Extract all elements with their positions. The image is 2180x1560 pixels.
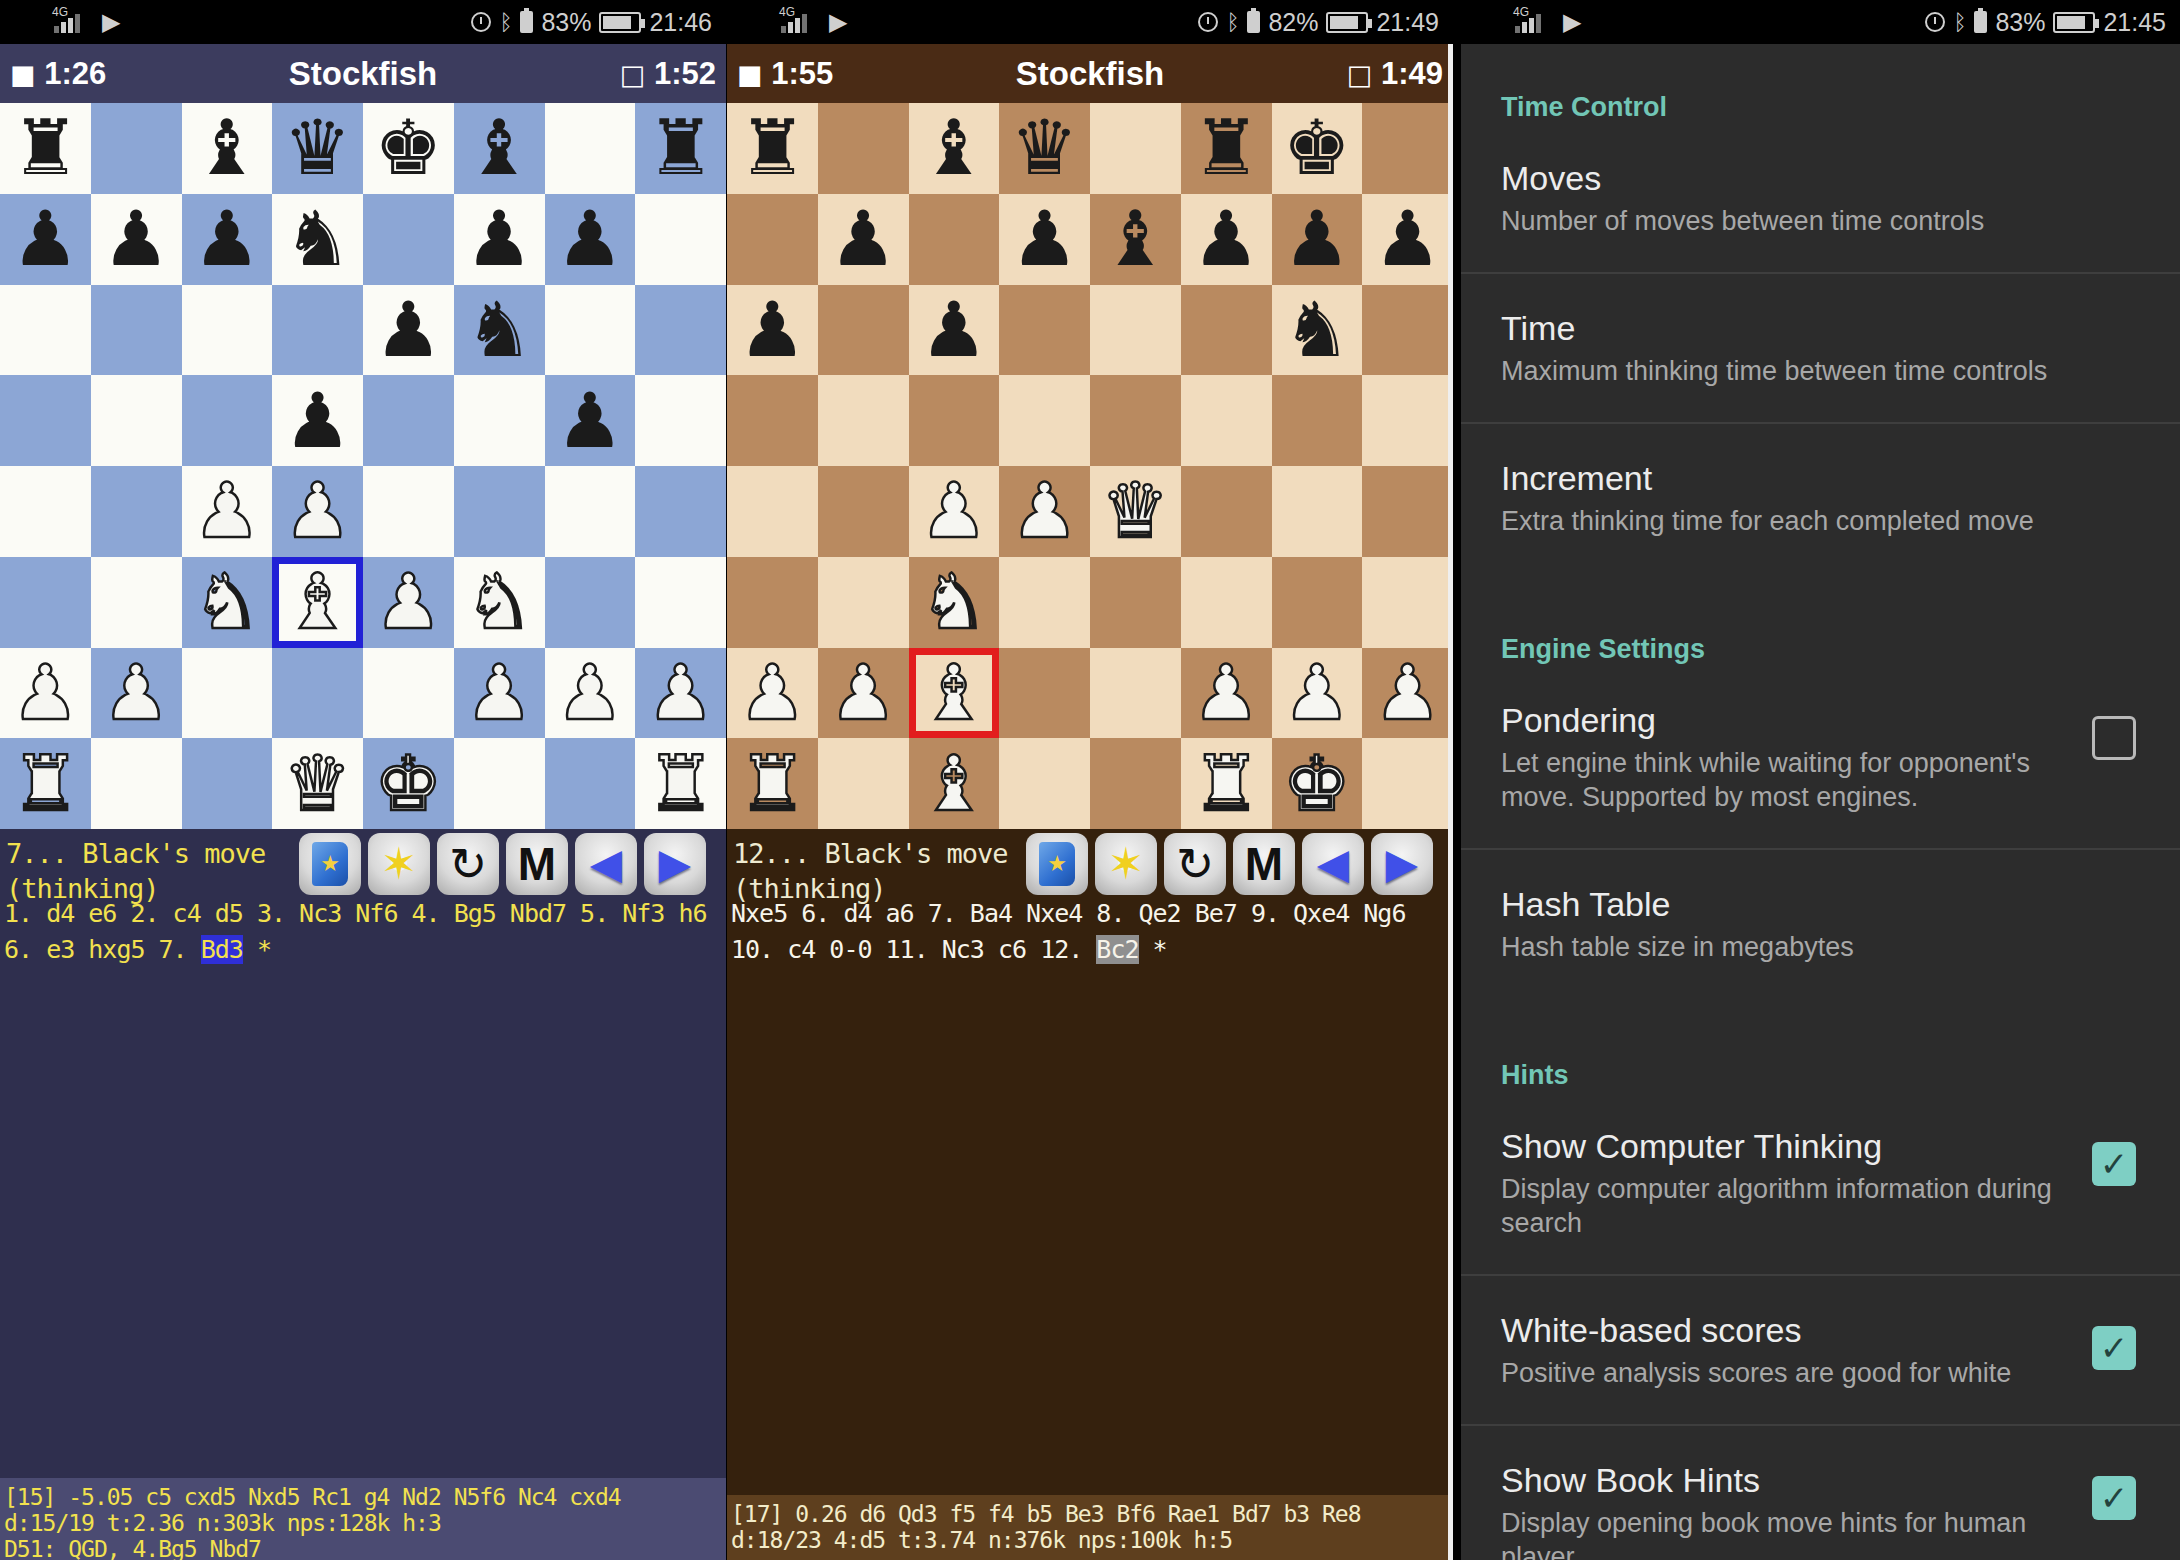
panel-seam — [1448, 44, 1453, 1560]
setting-title: White-based scores — [1501, 1310, 2180, 1350]
square-g2[interactable]: ♟ — [545, 648, 636, 739]
square-a8[interactable]: ♜ — [0, 103, 91, 194]
left-arrow-icon: ◀ — [590, 843, 622, 885]
piece-white-bishop: ♝ — [920, 655, 988, 731]
mode-button[interactable]: M — [506, 833, 568, 895]
black-clock: ■ 1:55 — [737, 56, 907, 92]
square-a6[interactable]: ♟ — [727, 285, 818, 376]
outline-square-icon: □ — [1347, 59, 1373, 90]
clock-time: 21:46 — [649, 8, 712, 37]
square-d4[interactable]: ♟ — [272, 466, 363, 557]
square-d6[interactable] — [272, 285, 363, 376]
lightbulb-icon: ✶ — [381, 842, 418, 886]
outline-square-icon: □ — [620, 59, 646, 90]
square-h5[interactable] — [635, 375, 726, 466]
square-b8[interactable] — [91, 103, 182, 194]
piece-black-rook: ♜ — [1192, 110, 1260, 186]
square-b1[interactable] — [91, 738, 182, 829]
piece-white-bishop: ♝ — [920, 746, 988, 822]
square-b2[interactable]: ♟ — [91, 648, 182, 739]
square-d3[interactable]: ♝ — [272, 557, 363, 648]
piece-white-rook: ♜ — [738, 746, 806, 822]
play-icon: ▶ — [1563, 8, 1581, 36]
move-list[interactable]: 1. d4 e6 2. c4 d5 3. Nc3 Nf6 4. Bg5 Nbd7… — [0, 896, 726, 968]
battery-icon — [599, 12, 641, 33]
battery-percent: 83% — [1995, 8, 2045, 37]
setting-subtitle: Extra thinking time for each completed m… — [1501, 504, 2101, 538]
square-f1[interactable] — [454, 738, 545, 829]
square-g7[interactable]: ♟ — [1272, 194, 1363, 285]
square-b3[interactable] — [91, 557, 182, 648]
piece-black-queen: ♛ — [284, 110, 352, 186]
piece-white-bishop: ♝ — [284, 564, 352, 640]
piece-white-pawn: ♟ — [284, 473, 352, 549]
square-c1[interactable]: ♝ — [909, 738, 1000, 829]
square-h1[interactable]: ♜ — [635, 738, 726, 829]
square-c6[interactable] — [182, 285, 273, 376]
setting-white-based-scores[interactable]: White-based scores Positive analysis sco… — [1501, 1276, 2180, 1424]
bluetooth-icon: ᛒ — [1953, 10, 1966, 35]
square-e8[interactable]: ♚ — [363, 103, 454, 194]
square-g1[interactable] — [545, 738, 636, 829]
piece-white-pawn: ♟ — [1374, 655, 1442, 731]
square-d8[interactable]: ♛ — [272, 103, 363, 194]
square-h7[interactable]: ♟ — [1362, 194, 1453, 285]
square-d5[interactable] — [999, 375, 1090, 466]
square-b7[interactable]: ♟ — [91, 194, 182, 285]
setting-subtitle: Display opening book move hints for huma… — [1501, 1506, 2101, 1560]
square-c3[interactable]: ♞ — [182, 557, 273, 648]
square-b6[interactable] — [818, 285, 909, 376]
hint-button[interactable]: ✶ — [1095, 833, 1157, 895]
square-e1[interactable] — [1090, 738, 1181, 829]
piece-black-knight: ♞ — [1283, 292, 1351, 368]
piece-white-pawn: ♟ — [829, 655, 897, 731]
square-d4[interactable]: ♟ — [999, 466, 1090, 557]
battery-icon — [1326, 12, 1368, 33]
square-e7[interactable] — [363, 194, 454, 285]
square-a1[interactable]: ♜ — [727, 738, 818, 829]
current-move[interactable]: Bc2 — [1096, 935, 1138, 964]
square-f2[interactable]: ♟ — [454, 648, 545, 739]
piece-black-pawn: ♟ — [1283, 201, 1351, 277]
piece-white-pawn: ♟ — [465, 655, 533, 731]
black-clock: ■ 1:26 — [10, 56, 180, 92]
setting-subtitle: Display computer algorithm information d… — [1501, 1172, 2101, 1240]
signal-icon: 4G — [781, 9, 815, 35]
network-type-label: 4G — [52, 5, 68, 19]
section-header-engine-settings: Engine Settings — [1501, 632, 2180, 666]
square-a7[interactable] — [727, 194, 818, 285]
opening-book-button[interactable]: ★ — [299, 833, 361, 895]
square-c4[interactable]: ♟ — [182, 466, 273, 557]
square-c3[interactable]: ♞ — [909, 557, 1000, 648]
piece-white-pawn: ♟ — [920, 473, 988, 549]
white-based-scores-checkbox[interactable]: ✓ — [2092, 1326, 2136, 1370]
square-h4[interactable] — [635, 466, 726, 557]
square-f2[interactable]: ♟ — [1181, 648, 1272, 739]
square-a1[interactable]: ♜ — [0, 738, 91, 829]
play-icon: ▶ — [829, 8, 847, 36]
piece-black-pawn: ♟ — [920, 292, 988, 368]
setting-time[interactable]: Time Maximum thinking time between time … — [1501, 274, 2180, 422]
hint-button[interactable]: ✶ — [368, 833, 430, 895]
square-f5[interactable] — [454, 375, 545, 466]
square-c8[interactable]: ♝ — [909, 103, 1000, 194]
square-h1[interactable] — [1362, 738, 1453, 829]
undo-move-button[interactable]: ◀ — [575, 833, 637, 895]
network-type-label: 4G — [1513, 5, 1529, 19]
square-g4[interactable] — [1272, 466, 1363, 557]
square-g8[interactable] — [545, 103, 636, 194]
square-a5[interactable] — [727, 375, 818, 466]
setting-subtitle: Positive analysis scores are good for wh… — [1501, 1356, 2101, 1390]
current-move[interactable]: Bd3 — [201, 935, 243, 964]
setting-increment[interactable]: Increment Extra thinking time for each c… — [1501, 424, 2180, 572]
piece-black-rook: ♜ — [738, 110, 806, 186]
square-f8[interactable]: ♝ — [454, 103, 545, 194]
square-h5[interactable] — [1362, 375, 1453, 466]
square-c7[interactable]: ♟ — [182, 194, 273, 285]
square-b5[interactable] — [818, 375, 909, 466]
piece-black-knight: ♞ — [465, 292, 533, 368]
square-g6[interactable] — [545, 285, 636, 376]
piece-white-pawn: ♟ — [374, 564, 442, 640]
piece-black-pawn: ♟ — [1011, 201, 1079, 277]
piece-white-king: ♚ — [374, 746, 442, 822]
square-g4[interactable] — [545, 466, 636, 557]
left-title-bar: ■ 1:26 Stockfish □ 1:52 — [0, 44, 726, 103]
middle-status-bar: 4G ▶ ᛒ 82% 21:49 — [727, 0, 1453, 44]
square-a4[interactable] — [727, 466, 818, 557]
flip-board-button[interactable]: ↻ — [1164, 833, 1226, 895]
piece-black-pawn: ♟ — [193, 201, 261, 277]
show-book-hints-checkbox[interactable]: ✓ — [2092, 1476, 2136, 1520]
clock-time: 21:45 — [2103, 8, 2166, 37]
checkmark-icon: ✓ — [2100, 1328, 2129, 1368]
page-title: Stockfish — [907, 55, 1273, 93]
square-d5[interactable]: ♟ — [272, 375, 363, 466]
flip-board-button[interactable]: ↻ — [437, 833, 499, 895]
square-c6[interactable]: ♟ — [909, 285, 1000, 376]
small-battery-icon — [520, 11, 533, 33]
square-c5[interactable] — [182, 375, 273, 466]
setting-subtitle: Number of moves between time controls — [1501, 204, 2101, 238]
book-icon: ★ — [1039, 842, 1075, 886]
piece-black-king: ♚ — [374, 110, 442, 186]
piece-white-pawn: ♟ — [1283, 655, 1351, 731]
piece-white-queen: ♛ — [1101, 473, 1169, 549]
settings-list: Time Control Moves Number of moves betwe… — [1461, 44, 2180, 1560]
square-d6[interactable] — [999, 285, 1090, 376]
setting-title: Pondering — [1501, 700, 2180, 740]
left-status-bar: 4G ▶ ᛒ 83% 21:46 — [0, 0, 726, 44]
square-a6[interactable] — [0, 285, 91, 376]
square-a8[interactable]: ♜ — [727, 103, 818, 194]
square-f3[interactable]: ♞ — [454, 557, 545, 648]
piece-black-rook: ♜ — [11, 110, 79, 186]
square-h3[interactable] — [1362, 557, 1453, 648]
piece-black-pawn: ♟ — [102, 201, 170, 277]
white-clock: □ 1:49 — [1273, 56, 1443, 92]
undo-move-button[interactable]: ◀ — [1302, 833, 1364, 895]
play-icon: ▶ — [102, 8, 120, 36]
square-g5[interactable]: ♟ — [545, 375, 636, 466]
square-a7[interactable]: ♟ — [0, 194, 91, 285]
piece-black-pawn: ♟ — [556, 201, 624, 277]
square-h6[interactable] — [635, 285, 726, 376]
square-f7[interactable]: ♟ — [454, 194, 545, 285]
square-d1[interactable] — [999, 738, 1090, 829]
square-h2[interactable]: ♟ — [1362, 648, 1453, 739]
piece-white-queen: ♛ — [284, 746, 352, 822]
piece-white-pawn: ♟ — [1192, 655, 1260, 731]
section-header-hints: Hints — [1501, 1058, 2180, 1092]
square-e2[interactable] — [1090, 648, 1181, 739]
square-g6[interactable]: ♞ — [1272, 285, 1363, 376]
piece-black-pawn: ♟ — [374, 292, 442, 368]
settings-panel: 4G ▶ ᛒ 83% 21:45 Time Control Moves Numb… — [1453, 0, 2180, 1560]
square-b2[interactable]: ♟ — [818, 648, 909, 739]
page-title: Stockfish — [180, 55, 546, 93]
square-a3[interactable] — [0, 557, 91, 648]
setting-subtitle: Let engine think while waiting for oppon… — [1501, 746, 2101, 814]
refresh-icon: ↻ — [1176, 841, 1215, 887]
square-f7[interactable]: ♟ — [1181, 194, 1272, 285]
square-e3[interactable]: ♟ — [363, 557, 454, 648]
piece-white-pawn: ♟ — [11, 655, 79, 731]
square-e5[interactable] — [1090, 375, 1181, 466]
setting-subtitle: Hash table size in megabytes — [1501, 930, 2101, 964]
square-e5[interactable] — [363, 375, 454, 466]
square-d8[interactable]: ♛ — [999, 103, 1090, 194]
checkmark-icon: ✓ — [2100, 1144, 2129, 1184]
left-arrow-icon: ◀ — [1317, 843, 1349, 885]
toolbar: ★ ✶ ↻ M ◀ ▶ — [1026, 833, 1433, 895]
square-b6[interactable] — [91, 285, 182, 376]
square-c5[interactable] — [909, 375, 1000, 466]
filled-square-icon: ■ — [737, 59, 763, 90]
alarm-icon — [471, 12, 491, 32]
battery-icon — [2053, 12, 2095, 33]
square-b4[interactable] — [91, 466, 182, 557]
signal-icon: 4G — [1515, 9, 1549, 35]
piece-white-pawn: ♟ — [647, 655, 715, 731]
piece-white-pawn: ♟ — [193, 473, 261, 549]
piece-black-bishop: ♝ — [1101, 201, 1169, 277]
piece-white-pawn: ♟ — [738, 655, 806, 731]
piece-black-pawn: ♟ — [1192, 201, 1260, 277]
square-e8[interactable] — [1090, 103, 1181, 194]
square-g2[interactable]: ♟ — [1272, 648, 1363, 739]
engine-analysis: [15] -5.05 c5 cxd5 Nxd5 Rc1 g4 Nd2 N5f6 … — [0, 1478, 726, 1560]
right-arrow-icon: ▶ — [1386, 843, 1418, 885]
piece-black-pawn: ♟ — [284, 383, 352, 459]
piece-white-pawn: ♟ — [102, 655, 170, 731]
square-f8[interactable]: ♜ — [1181, 103, 1272, 194]
small-battery-icon — [1974, 11, 1987, 33]
opening-book-button[interactable]: ★ — [1026, 833, 1088, 895]
book-icon: ★ — [312, 842, 348, 886]
screenshot: 4G ▶ ᛒ 83% 21:46 ■ 1:26 Stockfish □ 1:52… — [0, 0, 2180, 1560]
chess-board-left[interactable]: ♜♝♛♚♝♜♟♟♟♞♟♟♟♞♟♟♟♟♞♝♟♞♟♟♟♟♟♜♛♚♜ — [0, 103, 726, 829]
setting-title: Hash Table — [1501, 884, 2180, 924]
lightbulb-icon: ✶ — [1108, 842, 1145, 886]
square-h3[interactable] — [635, 557, 726, 648]
setting-title: Show Book Hints — [1501, 1460, 2180, 1500]
square-e2[interactable] — [363, 648, 454, 739]
battery-percent: 83% — [541, 8, 591, 37]
square-h4[interactable] — [1362, 466, 1453, 557]
toolbar: ★ ✶ ↻ M ◀ ▶ — [299, 833, 706, 895]
show-computer-thinking-checkbox[interactable]: ✓ — [2092, 1142, 2136, 1186]
clock-time: 21:49 — [1376, 8, 1439, 37]
square-e4[interactable]: ♛ — [1090, 466, 1181, 557]
square-f3[interactable] — [1181, 557, 1272, 648]
square-g1[interactable]: ♚ — [1272, 738, 1363, 829]
piece-black-knight: ♞ — [284, 201, 352, 277]
piece-white-knight: ♞ — [193, 564, 261, 640]
square-b5[interactable] — [91, 375, 182, 466]
setting-show-book-hints[interactable]: Show Book Hints Display opening book mov… — [1501, 1426, 2180, 1560]
bluetooth-icon: ᛒ — [1226, 10, 1239, 35]
square-c1[interactable] — [182, 738, 273, 829]
alarm-icon — [1925, 12, 1945, 32]
square-b7[interactable]: ♟ — [818, 194, 909, 285]
middle-game-panel: 4G ▶ ᛒ 82% 21:49 ■ 1:55 Stockfish □ 1:49… — [727, 0, 1453, 1560]
redo-move-button[interactable]: ▶ — [644, 833, 706, 895]
setting-title: Moves — [1501, 158, 2180, 198]
bluetooth-icon: ᛒ — [499, 10, 512, 35]
square-a4[interactable] — [0, 466, 91, 557]
square-c4[interactable]: ♟ — [909, 466, 1000, 557]
right-status-bar: 4G ▶ ᛒ 83% 21:45 — [1461, 0, 2180, 44]
piece-white-king: ♚ — [1283, 746, 1351, 822]
section-header-time-control: Time Control — [1501, 90, 2180, 124]
square-f4[interactable] — [1181, 466, 1272, 557]
square-d3[interactable] — [999, 557, 1090, 648]
square-b8[interactable] — [818, 103, 909, 194]
white-clock: □ 1:52 — [546, 56, 716, 92]
setting-moves[interactable]: Moves Number of moves between time contr… — [1501, 124, 2180, 272]
mode-button[interactable]: M — [1233, 833, 1295, 895]
piece-black-pawn: ♟ — [738, 292, 806, 368]
square-c8[interactable]: ♝ — [182, 103, 273, 194]
square-b3[interactable] — [818, 557, 909, 648]
piece-black-bishop: ♝ — [920, 110, 988, 186]
setting-show-computer-thinking[interactable]: Show Computer Thinking Display computer … — [1501, 1092, 2180, 1274]
setting-subtitle: Maximum thinking time between time contr… — [1501, 354, 2101, 388]
engine-analysis: [17] 0.26 d6 Qd3 f5 f4 b5 Be3 Bf6 Rae1 B… — [727, 1495, 1453, 1560]
redo-move-button[interactable]: ▶ — [1371, 833, 1433, 895]
square-h8[interactable]: ♜ — [635, 103, 726, 194]
right-arrow-icon: ▶ — [659, 843, 691, 885]
square-a3[interactable] — [727, 557, 818, 648]
square-b4[interactable] — [818, 466, 909, 557]
piece-black-bishop: ♝ — [193, 110, 261, 186]
piece-white-knight: ♞ — [920, 564, 988, 640]
setting-title: Show Computer Thinking — [1501, 1126, 2180, 1166]
piece-white-rook: ♜ — [1192, 746, 1260, 822]
middle-title-bar: ■ 1:55 Stockfish □ 1:49 — [727, 44, 1453, 103]
square-e6[interactable] — [1090, 285, 1181, 376]
piece-black-pawn: ♟ — [829, 201, 897, 277]
piece-black-pawn: ♟ — [465, 201, 533, 277]
square-b1[interactable] — [818, 738, 909, 829]
square-d7[interactable]: ♞ — [272, 194, 363, 285]
chess-board-middle[interactable]: ♜♝♛♜♚♟♟♝♟♟♟♟♟♞♟♟♛♞♟♟♝♟♟♟♜♝♜♚ — [727, 103, 1453, 829]
square-g3[interactable] — [1272, 557, 1363, 648]
square-g8[interactable]: ♚ — [1272, 103, 1363, 194]
square-a2[interactable]: ♟ — [0, 648, 91, 739]
piece-black-king: ♚ — [1283, 110, 1351, 186]
piece-black-pawn: ♟ — [1374, 201, 1442, 277]
square-f4[interactable] — [454, 466, 545, 557]
piece-black-queen: ♛ — [1011, 110, 1079, 186]
piece-white-rook: ♜ — [647, 746, 715, 822]
piece-black-pawn: ♟ — [556, 383, 624, 459]
square-d1[interactable]: ♛ — [272, 738, 363, 829]
square-e3[interactable] — [1090, 557, 1181, 648]
setting-hash-table[interactable]: Hash Table Hash table size in megabytes — [1501, 850, 2180, 998]
square-c2[interactable]: ♝ — [909, 648, 1000, 739]
alarm-icon — [1198, 12, 1218, 32]
square-g5[interactable] — [1272, 375, 1363, 466]
piece-black-pawn: ♟ — [11, 201, 79, 277]
setting-title: Increment — [1501, 458, 2180, 498]
square-h7[interactable] — [635, 194, 726, 285]
network-type-label: 4G — [779, 5, 795, 19]
square-d2[interactable] — [272, 648, 363, 739]
setting-pondering[interactable]: Pondering Let engine think while waiting… — [1501, 666, 2180, 848]
square-f6[interactable] — [1181, 285, 1272, 376]
square-g3[interactable] — [545, 557, 636, 648]
square-a5[interactable] — [0, 375, 91, 466]
square-h2[interactable]: ♟ — [635, 648, 726, 739]
move-list[interactable]: Nxe5 6. d4 a6 7. Ba4 Nxe4 8. Qe2 Be7 9. … — [727, 896, 1453, 968]
piece-black-bishop: ♝ — [465, 110, 533, 186]
piece-white-knight: ♞ — [465, 564, 533, 640]
square-a2[interactable]: ♟ — [727, 648, 818, 739]
small-battery-icon — [1247, 11, 1260, 33]
pondering-checkbox[interactable]: ✓ — [2092, 716, 2136, 760]
square-g7[interactable]: ♟ — [545, 194, 636, 285]
square-e6[interactable]: ♟ — [363, 285, 454, 376]
square-h8[interactable] — [1362, 103, 1453, 194]
signal-icon: 4G — [54, 9, 88, 35]
battery-percent: 82% — [1268, 8, 1318, 37]
square-f1[interactable]: ♜ — [1181, 738, 1272, 829]
checkmark-icon: ✓ — [2100, 1478, 2129, 1518]
square-d7[interactable]: ♟ — [999, 194, 1090, 285]
piece-white-rook: ♜ — [11, 746, 79, 822]
square-e4[interactable] — [363, 466, 454, 557]
left-game-panel: 4G ▶ ᛒ 83% 21:46 ■ 1:26 Stockfish □ 1:52… — [0, 0, 726, 1560]
filled-square-icon: ■ — [10, 59, 36, 90]
square-h6[interactable] — [1362, 285, 1453, 376]
square-c7[interactable] — [909, 194, 1000, 285]
square-e7[interactable]: ♝ — [1090, 194, 1181, 285]
square-e1[interactable]: ♚ — [363, 738, 454, 829]
square-d2[interactable] — [999, 648, 1090, 739]
piece-black-rook: ♜ — [647, 110, 715, 186]
piece-white-pawn: ♟ — [556, 655, 624, 731]
square-f6[interactable]: ♞ — [454, 285, 545, 376]
square-f5[interactable] — [1181, 375, 1272, 466]
refresh-icon: ↻ — [449, 841, 488, 887]
square-c2[interactable] — [182, 648, 273, 739]
setting-title: Time — [1501, 308, 2180, 348]
